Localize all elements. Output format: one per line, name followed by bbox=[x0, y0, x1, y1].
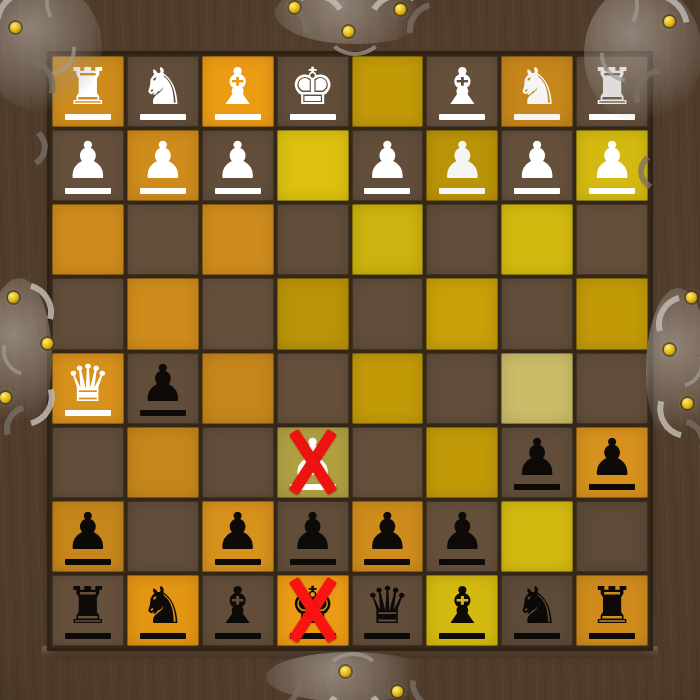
square-h5[interactable]: ♛ bbox=[52, 353, 124, 424]
square-f5[interactable] bbox=[202, 353, 274, 424]
metal-flourish bbox=[646, 288, 700, 453]
piece-black-pawn[interactable]: ♟ bbox=[439, 508, 485, 564]
chess-board: ♜♞♝♚♝♞♜♟♟♟♟♟♟♟♛♟♟♟♟♟♟♟♟♟♜♞♝♚♛♝♞♜ bbox=[50, 54, 650, 648]
square-f1[interactable]: ♝ bbox=[202, 56, 274, 127]
rook-glyph: ♜ bbox=[589, 582, 635, 630]
piece-underline bbox=[290, 633, 336, 639]
pawn-glyph: ♟ bbox=[589, 434, 635, 482]
queen-glyph: ♛ bbox=[365, 582, 411, 630]
square-c7[interactable]: ♟ bbox=[426, 501, 498, 572]
piece-underline bbox=[514, 633, 560, 639]
square-a5[interactable] bbox=[576, 353, 648, 424]
square-b7[interactable] bbox=[501, 501, 573, 572]
square-a4[interactable] bbox=[576, 278, 648, 349]
pawn-glyph: ♟ bbox=[140, 360, 186, 408]
knight-glyph: ♞ bbox=[140, 582, 186, 630]
gem bbox=[10, 22, 21, 33]
rook-glyph: ♜ bbox=[65, 582, 111, 630]
gem bbox=[664, 16, 675, 27]
square-f3[interactable] bbox=[202, 204, 274, 275]
rook-glyph: ♜ bbox=[589, 63, 635, 111]
knight-glyph: ♞ bbox=[514, 582, 560, 630]
square-b3[interactable] bbox=[501, 204, 573, 275]
piece-underline bbox=[65, 633, 111, 639]
piece-white-pawn[interactable]: ♟ bbox=[215, 137, 261, 193]
square-e8[interactable]: ♚ bbox=[277, 575, 349, 646]
square-e5[interactable] bbox=[277, 353, 349, 424]
square-e3[interactable] bbox=[277, 204, 349, 275]
piece-underline bbox=[514, 188, 560, 194]
gem bbox=[395, 4, 406, 15]
square-g6[interactable] bbox=[127, 427, 199, 498]
pawn-glyph: ♟ bbox=[140, 137, 186, 185]
square-a7[interactable] bbox=[576, 501, 648, 572]
pawn-glyph: ♟ bbox=[290, 508, 336, 556]
piece-white-pawn[interactable]: ♟ bbox=[364, 137, 410, 193]
knight-glyph: ♞ bbox=[140, 63, 186, 111]
square-g4[interactable] bbox=[127, 278, 199, 349]
piece-underline bbox=[514, 114, 560, 120]
piece-underline bbox=[364, 188, 410, 194]
pawn-glyph: ♟ bbox=[215, 137, 261, 185]
square-f2[interactable]: ♟ bbox=[202, 130, 274, 201]
piece-underline bbox=[439, 114, 485, 120]
piece-black-king[interactable]: ♚ bbox=[290, 582, 336, 638]
square-g1[interactable]: ♞ bbox=[127, 56, 199, 127]
piece-underline bbox=[215, 188, 261, 194]
square-d3[interactable] bbox=[352, 204, 424, 275]
metal-flourish bbox=[275, 0, 435, 44]
square-h6[interactable] bbox=[52, 427, 124, 498]
square-g5[interactable]: ♟ bbox=[127, 353, 199, 424]
piece-black-pawn[interactable]: ♟ bbox=[364, 508, 410, 564]
piece-white-bishop[interactable]: ♝ bbox=[215, 63, 261, 119]
piece-black-pawn[interactable]: ♟ bbox=[290, 508, 336, 564]
piece-white-pawn[interactable]: ♟ bbox=[514, 137, 560, 193]
pawn-glyph: ♟ bbox=[215, 508, 261, 556]
square-a8[interactable]: ♜ bbox=[576, 575, 648, 646]
king-glyph: ♚ bbox=[290, 582, 336, 630]
piece-underline bbox=[364, 559, 410, 565]
gem bbox=[340, 666, 351, 677]
gem bbox=[0, 392, 11, 403]
square-h8[interactable]: ♜ bbox=[52, 575, 124, 646]
piece-white-king[interactable]: ♚ bbox=[290, 63, 336, 119]
knight-glyph: ♞ bbox=[514, 63, 560, 111]
piece-black-knight[interactable]: ♞ bbox=[140, 582, 186, 638]
gem bbox=[682, 398, 693, 409]
bishop-glyph: ♝ bbox=[439, 63, 485, 111]
square-f4[interactable] bbox=[202, 278, 274, 349]
square-f8[interactable]: ♝ bbox=[202, 575, 274, 646]
square-b1[interactable]: ♞ bbox=[501, 56, 573, 127]
king-glyph: ♚ bbox=[290, 63, 336, 111]
rook-glyph: ♜ bbox=[65, 63, 111, 111]
metal-flourish bbox=[0, 278, 52, 438]
piece-underline bbox=[439, 633, 485, 639]
bishop-glyph: ♝ bbox=[215, 582, 261, 630]
piece-underline bbox=[140, 188, 186, 194]
square-h1[interactable]: ♜ bbox=[52, 56, 124, 127]
piece-white-bishop[interactable]: ♝ bbox=[439, 63, 485, 119]
square-d6[interactable] bbox=[352, 427, 424, 498]
pawn-glyph: ♟ bbox=[589, 137, 635, 185]
piece-black-bishop[interactable]: ♝ bbox=[439, 582, 485, 638]
square-c2[interactable]: ♟ bbox=[426, 130, 498, 201]
queen-glyph: ♛ bbox=[65, 360, 111, 408]
pawn-glyph: ♟ bbox=[514, 434, 560, 482]
gem bbox=[8, 292, 19, 303]
piece-black-rook[interactable]: ♜ bbox=[65, 582, 111, 638]
bishop-glyph: ♝ bbox=[215, 63, 261, 111]
square-b8[interactable]: ♞ bbox=[501, 575, 573, 646]
piece-underline bbox=[364, 633, 410, 639]
square-e4[interactable] bbox=[277, 278, 349, 349]
piece-underline bbox=[290, 484, 336, 490]
piece-underline bbox=[140, 114, 186, 120]
square-h4[interactable] bbox=[52, 278, 124, 349]
piece-underline bbox=[290, 559, 336, 565]
gem bbox=[686, 292, 697, 303]
square-e2[interactable] bbox=[277, 130, 349, 201]
piece-underline bbox=[589, 188, 635, 194]
square-f6[interactable] bbox=[202, 427, 274, 498]
piece-underline bbox=[140, 633, 186, 639]
piece-black-queen[interactable]: ♛ bbox=[364, 582, 410, 638]
square-d5[interactable] bbox=[352, 353, 424, 424]
square-g2[interactable]: ♟ bbox=[127, 130, 199, 201]
gem bbox=[289, 2, 300, 13]
piece-underline bbox=[439, 559, 485, 565]
square-a3[interactable] bbox=[576, 204, 648, 275]
piece-white-knight[interactable]: ♞ bbox=[140, 63, 186, 119]
piece-underline bbox=[65, 559, 111, 565]
piece-underline bbox=[589, 114, 635, 120]
square-c4[interactable] bbox=[426, 278, 498, 349]
square-h7[interactable]: ♟ bbox=[52, 501, 124, 572]
piece-white-pawn[interactable]: ♟ bbox=[439, 137, 485, 193]
pawn-glyph: ♟ bbox=[439, 508, 485, 556]
gem bbox=[664, 344, 675, 355]
square-d1[interactable] bbox=[352, 56, 424, 127]
square-g7[interactable] bbox=[127, 501, 199, 572]
square-a6[interactable]: ♟ bbox=[576, 427, 648, 498]
square-c6[interactable] bbox=[426, 427, 498, 498]
square-b5[interactable] bbox=[501, 353, 573, 424]
pawn-glyph: ♟ bbox=[439, 137, 485, 185]
piece-underline bbox=[140, 410, 186, 416]
piece-black-pawn[interactable]: ♟ bbox=[514, 434, 560, 490]
square-e1[interactable]: ♚ bbox=[277, 56, 349, 127]
piece-white-rook[interactable]: ♜ bbox=[65, 63, 111, 119]
square-d8[interactable]: ♛ bbox=[352, 575, 424, 646]
piece-underline bbox=[215, 559, 261, 565]
pawn-glyph: ♟ bbox=[365, 137, 411, 185]
gem bbox=[392, 686, 403, 697]
square-h3[interactable] bbox=[52, 204, 124, 275]
piece-black-bishop[interactable]: ♝ bbox=[215, 582, 261, 638]
pawn-glyph: ♟ bbox=[65, 508, 111, 556]
bishop-glyph: ♝ bbox=[439, 582, 485, 630]
chess-board-photo: ♜♞♝♚♝♞♜♟♟♟♟♟♟♟♛♟♟♟♟♟♟♟♟♟♜♞♝♚♛♝♞♜ bbox=[0, 0, 700, 700]
piece-white-pawn[interactable]: ♟ bbox=[65, 137, 111, 193]
square-h2[interactable]: ♟ bbox=[52, 130, 124, 201]
piece-white-pawn[interactable]: ♟ bbox=[290, 434, 336, 490]
piece-underline bbox=[65, 410, 111, 416]
pawn-glyph: ♟ bbox=[290, 434, 336, 482]
square-d7[interactable]: ♟ bbox=[352, 501, 424, 572]
square-g8[interactable]: ♞ bbox=[127, 575, 199, 646]
square-c5[interactable] bbox=[426, 353, 498, 424]
square-e6[interactable]: ♟ bbox=[277, 427, 349, 498]
piece-black-knight[interactable]: ♞ bbox=[514, 582, 560, 638]
piece-underline bbox=[589, 633, 635, 639]
square-c3[interactable] bbox=[426, 204, 498, 275]
piece-black-pawn[interactable]: ♟ bbox=[589, 434, 635, 490]
piece-black-pawn[interactable]: ♟ bbox=[215, 508, 261, 564]
square-b4[interactable] bbox=[501, 278, 573, 349]
piece-black-pawn[interactable]: ♟ bbox=[140, 360, 186, 416]
square-g3[interactable] bbox=[127, 204, 199, 275]
piece-white-knight[interactable]: ♞ bbox=[514, 63, 560, 119]
square-c8[interactable]: ♝ bbox=[426, 575, 498, 646]
piece-underline bbox=[439, 188, 485, 194]
ornament-top-center bbox=[255, 0, 450, 46]
piece-underline bbox=[589, 484, 635, 490]
piece-black-rook[interactable]: ♜ bbox=[589, 582, 635, 638]
square-f7[interactable]: ♟ bbox=[202, 501, 274, 572]
gem bbox=[343, 26, 354, 37]
pawn-glyph: ♟ bbox=[514, 137, 560, 185]
piece-underline bbox=[65, 114, 111, 120]
square-a2[interactable]: ♟ bbox=[576, 130, 648, 201]
piece-white-rook[interactable]: ♜ bbox=[589, 63, 635, 119]
piece-underline bbox=[290, 114, 336, 120]
piece-underline bbox=[514, 484, 560, 490]
square-a1[interactable]: ♜ bbox=[576, 56, 648, 127]
square-e7[interactable]: ♟ bbox=[277, 501, 349, 572]
square-d2[interactable]: ♟ bbox=[352, 130, 424, 201]
square-b6[interactable]: ♟ bbox=[501, 427, 573, 498]
pawn-glyph: ♟ bbox=[65, 137, 111, 185]
square-b2[interactable]: ♟ bbox=[501, 130, 573, 201]
square-c1[interactable]: ♝ bbox=[426, 56, 498, 127]
piece-white-pawn[interactable]: ♟ bbox=[140, 137, 186, 193]
piece-underline bbox=[65, 188, 111, 194]
piece-black-pawn[interactable]: ♟ bbox=[65, 508, 111, 564]
piece-underline bbox=[215, 114, 261, 120]
piece-white-pawn[interactable]: ♟ bbox=[589, 137, 635, 193]
piece-underline bbox=[215, 633, 261, 639]
pawn-glyph: ♟ bbox=[365, 508, 411, 556]
piece-white-queen[interactable]: ♛ bbox=[65, 360, 111, 416]
square-d4[interactable] bbox=[352, 278, 424, 349]
metal-flourish bbox=[266, 652, 436, 700]
